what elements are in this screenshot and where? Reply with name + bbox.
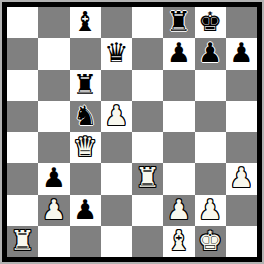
black-king[interactable]: ♚ (198, 8, 222, 35)
square-d7[interactable]: ♛ (101, 38, 132, 69)
square-d2[interactable] (101, 195, 132, 226)
black-pawn[interactable]: ♟ (167, 39, 191, 66)
square-e8[interactable] (132, 7, 163, 38)
square-b5[interactable] (38, 101, 69, 132)
square-h2[interactable] (226, 195, 257, 226)
square-f5[interactable] (163, 101, 194, 132)
black-knight[interactable]: ♞ (73, 102, 97, 129)
square-h1[interactable] (226, 226, 257, 257)
white-pawn[interactable]: ♟ (104, 102, 128, 129)
white-pawn[interactable]: ♟ (198, 196, 222, 223)
black-rook[interactable]: ♜ (167, 8, 191, 35)
white-rook[interactable]: ♜ (11, 227, 35, 254)
square-c3[interactable] (70, 163, 101, 194)
white-queen[interactable]: ♛ (73, 133, 97, 160)
square-b1[interactable] (38, 226, 69, 257)
square-d8[interactable] (101, 7, 132, 38)
chess-board: ♝♜♚♛♟♟♟♜♞♟♛♟♜♟♟♟♟♟♜♝♚ (7, 7, 257, 257)
square-b4[interactable] (38, 132, 69, 163)
square-e5[interactable] (132, 101, 163, 132)
square-b2[interactable]: ♟ (38, 195, 69, 226)
square-e2[interactable] (132, 195, 163, 226)
black-queen[interactable]: ♛ (104, 39, 128, 66)
square-d4[interactable] (101, 132, 132, 163)
square-d6[interactable] (101, 70, 132, 101)
black-bishop[interactable]: ♝ (73, 8, 97, 35)
square-c8[interactable]: ♝ (70, 7, 101, 38)
square-b7[interactable] (38, 38, 69, 69)
black-pawn[interactable]: ♟ (73, 196, 97, 223)
square-g1[interactable]: ♚ (195, 226, 226, 257)
square-g3[interactable] (195, 163, 226, 194)
square-c5[interactable]: ♞ (70, 101, 101, 132)
board-frame: ♝♜♚♛♟♟♟♜♞♟♛♟♜♟♟♟♟♟♜♝♚ (2, 2, 262, 262)
white-pawn[interactable]: ♟ (42, 196, 66, 223)
square-f1[interactable]: ♝ (163, 226, 194, 257)
square-b3[interactable]: ♟ (38, 163, 69, 194)
square-e4[interactable] (132, 132, 163, 163)
square-d1[interactable] (101, 226, 132, 257)
square-f7[interactable]: ♟ (163, 38, 194, 69)
square-a8[interactable] (7, 7, 38, 38)
square-b8[interactable] (38, 7, 69, 38)
square-h5[interactable] (226, 101, 257, 132)
white-pawn[interactable]: ♟ (229, 164, 253, 191)
square-g2[interactable]: ♟ (195, 195, 226, 226)
black-pawn[interactable]: ♟ (229, 39, 253, 66)
white-bishop[interactable]: ♝ (167, 227, 191, 254)
square-f8[interactable]: ♜ (163, 7, 194, 38)
square-c7[interactable] (70, 38, 101, 69)
square-a3[interactable] (7, 163, 38, 194)
square-e6[interactable] (132, 70, 163, 101)
square-a6[interactable] (7, 70, 38, 101)
black-pawn[interactable]: ♟ (42, 164, 66, 191)
square-h6[interactable] (226, 70, 257, 101)
square-e1[interactable] (132, 226, 163, 257)
square-g4[interactable] (195, 132, 226, 163)
white-pawn[interactable]: ♟ (167, 196, 191, 223)
board-outer-edge: ♝♜♚♛♟♟♟♜♞♟♛♟♜♟♟♟♟♟♜♝♚ (0, 0, 264, 264)
square-g8[interactable]: ♚ (195, 7, 226, 38)
square-f4[interactable] (163, 132, 194, 163)
square-f6[interactable] (163, 70, 194, 101)
square-h3[interactable]: ♟ (226, 163, 257, 194)
square-c6[interactable]: ♜ (70, 70, 101, 101)
black-rook[interactable]: ♜ (73, 71, 97, 98)
square-f2[interactable]: ♟ (163, 195, 194, 226)
square-c2[interactable]: ♟ (70, 195, 101, 226)
black-pawn[interactable]: ♟ (198, 39, 222, 66)
square-a1[interactable]: ♜ (7, 226, 38, 257)
square-h8[interactable] (226, 7, 257, 38)
square-a5[interactable] (7, 101, 38, 132)
square-g7[interactable]: ♟ (195, 38, 226, 69)
square-a4[interactable] (7, 132, 38, 163)
square-e7[interactable] (132, 38, 163, 69)
square-d3[interactable] (101, 163, 132, 194)
square-a7[interactable] (7, 38, 38, 69)
square-h4[interactable] (226, 132, 257, 163)
square-g6[interactable] (195, 70, 226, 101)
square-b6[interactable] (38, 70, 69, 101)
white-rook[interactable]: ♜ (136, 164, 160, 191)
square-a2[interactable] (7, 195, 38, 226)
square-c1[interactable] (70, 226, 101, 257)
square-g5[interactable] (195, 101, 226, 132)
square-d5[interactable]: ♟ (101, 101, 132, 132)
square-c4[interactable]: ♛ (70, 132, 101, 163)
square-h7[interactable]: ♟ (226, 38, 257, 69)
square-e3[interactable]: ♜ (132, 163, 163, 194)
square-f3[interactable] (163, 163, 194, 194)
white-king[interactable]: ♚ (198, 227, 222, 254)
